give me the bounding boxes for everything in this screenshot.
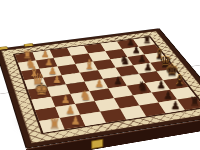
square-h8: ♜ [177,97,200,110]
square-c6: ♞ [110,57,133,68]
chess-set-photo: ♜♟♟♜♞♟♟♝♟♝♞♟♝♛♟♟♛♚♟♟♚♟♞♞♟♝♟♟♜♟♟♜ [0,0,200,150]
square-f4 [90,88,114,101]
piece-white-rook: ♜ [48,117,60,130]
piece-white-pawn: ♟ [70,116,80,127]
piece-white-pawn: ♟ [94,79,103,89]
brass-clasp [91,139,103,149]
piece-white-knight: ♞ [79,89,91,102]
square-f3: ♞ [70,91,94,104]
piece-black-knight: ♞ [119,54,130,66]
piece-white-king: ♚ [34,82,48,98]
piece-black-rook: ♜ [189,96,200,108]
piece-white-pawn: ♟ [52,75,61,85]
piece-black-knight: ♞ [136,80,148,93]
piece-black-pawn: ♟ [113,76,122,86]
chess-board: ♜♟♟♜♞♟♟♝♟♝♞♟♝♛♟♟♛♚♟♟♚♟♞♞♟♝♟♟♜♟♟♜ [0,28,200,148]
piece-black-pawn: ♟ [143,62,152,72]
piece-black-bishop: ♝ [173,74,185,88]
board-frame: ♜♟♟♜♞♟♟♝♟♝♞♟♝♛♟♟♛♚♟♟♚♟♞♞♟♝♟♟♜♟♟♜ [0,28,200,148]
piece-black-rook: ♜ [142,35,151,45]
piece-black-pawn: ♟ [170,100,180,111]
piece-white-bishop: ♝ [83,58,95,71]
